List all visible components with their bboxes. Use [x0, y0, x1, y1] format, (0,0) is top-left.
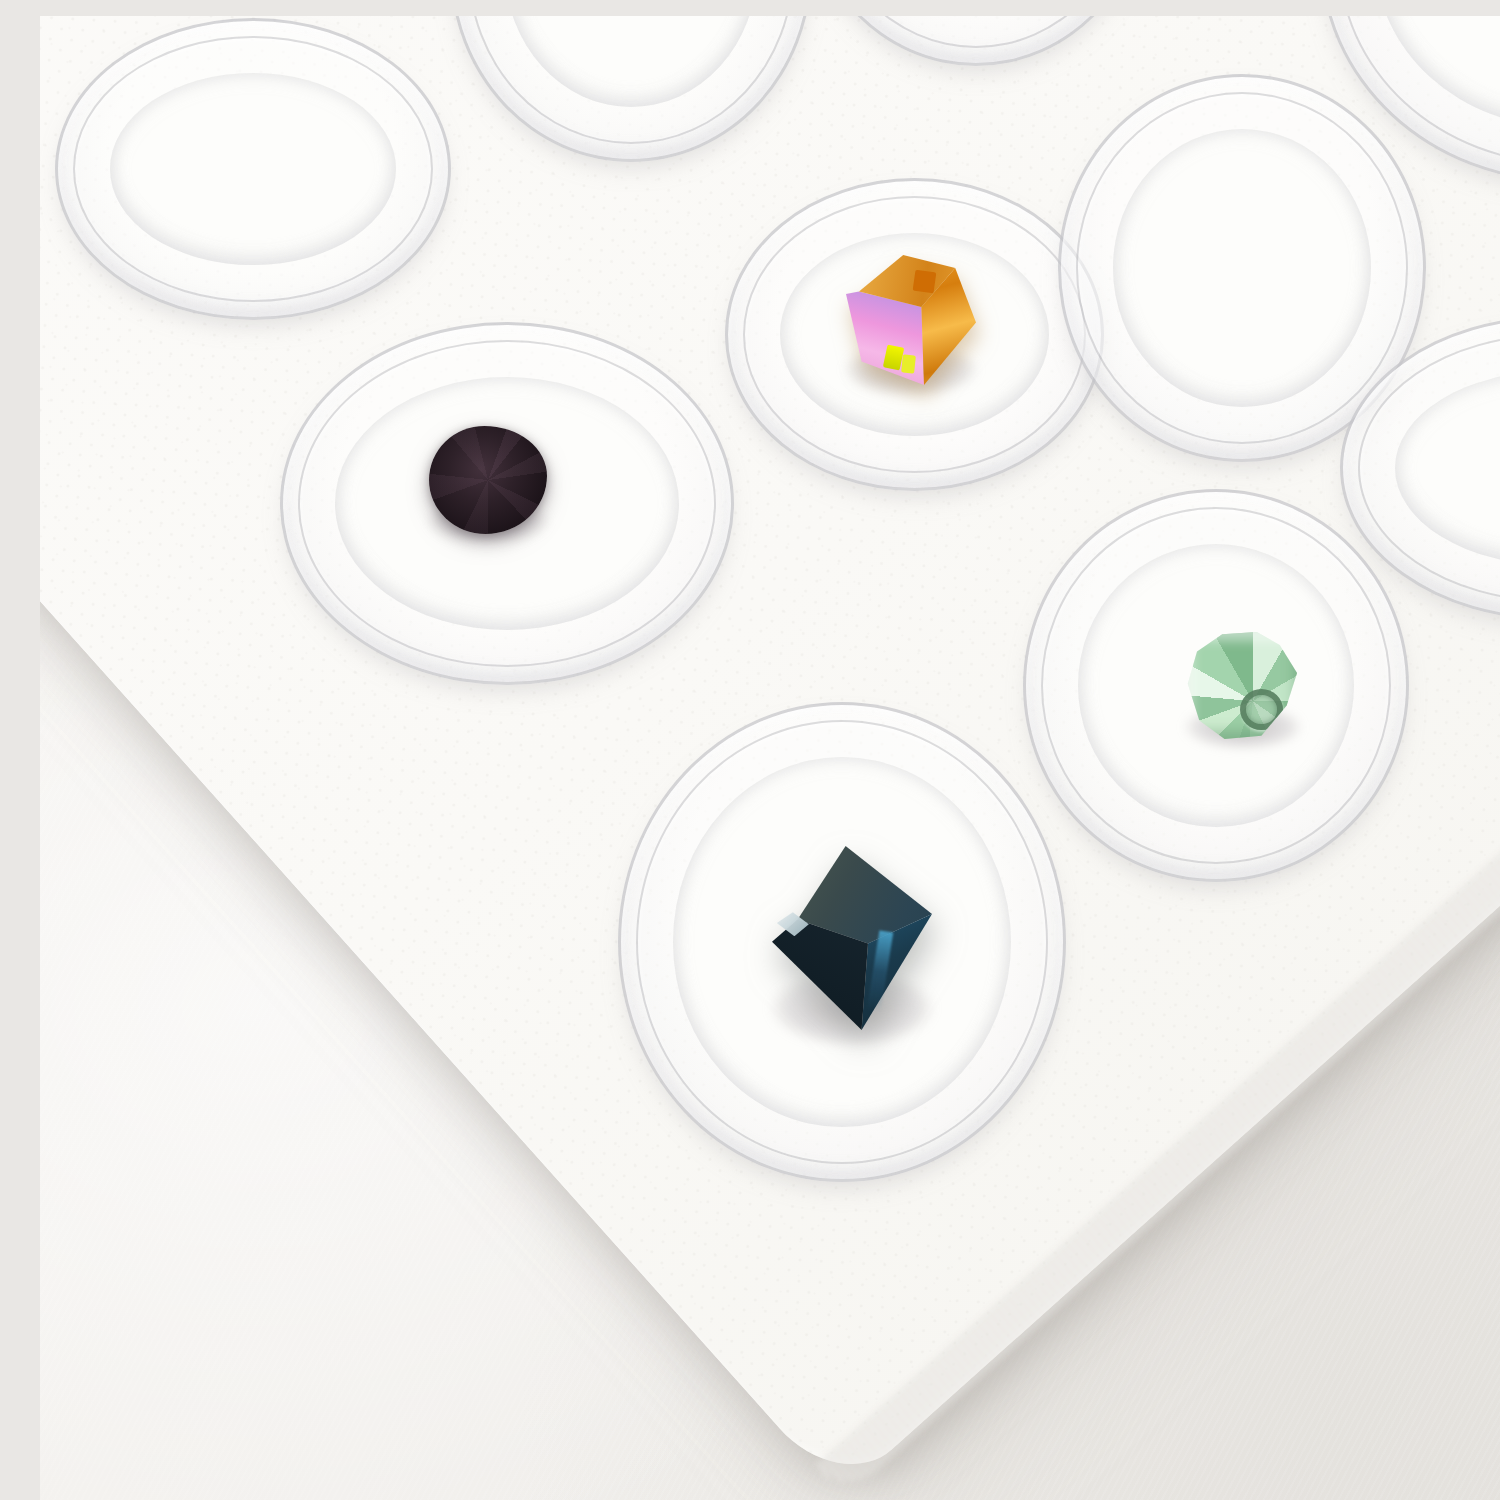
jar-foam-insert	[1113, 129, 1371, 407]
amber_cube-dot3	[901, 354, 916, 373]
amber_cube-dot1	[912, 269, 935, 292]
teal-cube-gem	[772, 846, 932, 1030]
gem-display-photo	[40, 16, 1500, 1500]
gem-jar-jar-4	[803, 16, 1149, 66]
amber-cube-gem	[846, 255, 976, 385]
jar-foam-insert	[110, 73, 396, 265]
gem-jar-jar-1	[55, 18, 451, 320]
jar-inner-rim	[821, 16, 1131, 48]
gem-jar-jar-2	[450, 16, 812, 162]
jars-layer	[40, 16, 1500, 1500]
